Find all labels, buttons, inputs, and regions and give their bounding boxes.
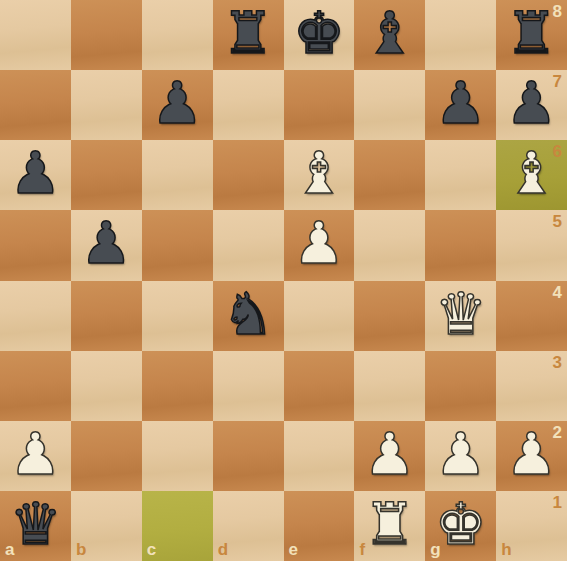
square-h3[interactable]: 3 (496, 351, 567, 421)
piece-white-rook-f1[interactable]: ♜ (364, 495, 416, 553)
square-h2[interactable]: ♟2 (496, 421, 567, 491)
square-g8[interactable] (425, 0, 496, 70)
square-c8[interactable] (142, 0, 213, 70)
square-d3[interactable] (213, 351, 284, 421)
square-h7[interactable]: ♟7 (496, 70, 567, 140)
square-f6[interactable] (354, 140, 425, 210)
square-a6[interactable]: ♟ (0, 140, 71, 210)
piece-white-pawn-h2[interactable]: ♟ (506, 425, 558, 483)
square-g5[interactable] (425, 210, 496, 280)
square-g6[interactable] (425, 140, 496, 210)
square-c1[interactable]: c (142, 491, 213, 561)
square-e5[interactable]: ♟ (284, 210, 355, 280)
piece-black-rook-d8[interactable]: ♜ (222, 4, 274, 62)
square-a3[interactable] (0, 351, 71, 421)
piece-black-rook-h8[interactable]: ♜ (506, 4, 558, 62)
piece-white-pawn-a2[interactable]: ♟ (9, 425, 61, 483)
square-a8[interactable] (0, 0, 71, 70)
square-d8[interactable]: ♜ (213, 0, 284, 70)
piece-white-pawn-g2[interactable]: ♟ (435, 425, 487, 483)
square-a5[interactable] (0, 210, 71, 280)
square-f5[interactable] (354, 210, 425, 280)
square-h5[interactable]: 5 (496, 210, 567, 280)
piece-white-queen-g4[interactable]: ♛ (435, 285, 487, 343)
piece-white-pawn-f2[interactable]: ♟ (364, 425, 416, 483)
piece-black-pawn-h7[interactable]: ♟ (506, 74, 558, 132)
square-f3[interactable] (354, 351, 425, 421)
coord-rank-1: 1 (553, 494, 562, 511)
square-a2[interactable]: ♟ (0, 421, 71, 491)
square-f8[interactable]: ♝ (354, 0, 425, 70)
square-b7[interactable] (71, 70, 142, 140)
square-d1[interactable]: d (213, 491, 284, 561)
piece-black-pawn-g7[interactable]: ♟ (435, 74, 487, 132)
coord-rank-3: 3 (553, 354, 562, 371)
piece-white-bishop-e6[interactable]: ♝ (293, 144, 345, 202)
square-g3[interactable] (425, 351, 496, 421)
square-e7[interactable] (284, 70, 355, 140)
square-a4[interactable] (0, 281, 71, 351)
square-b8[interactable] (71, 0, 142, 70)
piece-white-bishop-h6[interactable]: ♝ (506, 144, 558, 202)
square-b1[interactable]: b (71, 491, 142, 561)
piece-black-knight-d4[interactable]: ♞ (222, 285, 274, 343)
coord-file-d: d (218, 541, 228, 558)
square-g4[interactable]: ♛ (425, 281, 496, 351)
square-c3[interactable] (142, 351, 213, 421)
piece-black-bishop-f8[interactable]: ♝ (364, 4, 416, 62)
square-d7[interactable] (213, 70, 284, 140)
square-e4[interactable] (284, 281, 355, 351)
square-b2[interactable] (71, 421, 142, 491)
coord-file-h: h (501, 541, 511, 558)
square-e6[interactable]: ♝ (284, 140, 355, 210)
piece-black-pawn-a6[interactable]: ♟ (9, 144, 61, 202)
square-c7[interactable]: ♟ (142, 70, 213, 140)
piece-white-pawn-e5[interactable]: ♟ (293, 214, 345, 272)
square-b3[interactable] (71, 351, 142, 421)
chess-board: ♜♚♝♜8♟♟♟7♟♝♝6♟♟5♞♛43♟♟♟♟2♛abcde♜f♚g1h (0, 0, 567, 561)
square-a7[interactable] (0, 70, 71, 140)
square-b4[interactable] (71, 281, 142, 351)
square-c4[interactable] (142, 281, 213, 351)
piece-white-king-g1[interactable]: ♚ (435, 495, 487, 553)
square-g2[interactable]: ♟ (425, 421, 496, 491)
coord-file-c: c (147, 541, 156, 558)
square-e8[interactable]: ♚ (284, 0, 355, 70)
coord-file-e: e (289, 541, 298, 558)
square-h8[interactable]: ♜8 (496, 0, 567, 70)
square-h1[interactable]: 1h (496, 491, 567, 561)
square-d2[interactable] (213, 421, 284, 491)
piece-black-pawn-b5[interactable]: ♟ (80, 214, 132, 272)
square-e3[interactable] (284, 351, 355, 421)
square-c5[interactable] (142, 210, 213, 280)
piece-black-king-e8[interactable]: ♚ (293, 4, 345, 62)
square-d6[interactable] (213, 140, 284, 210)
square-b5[interactable]: ♟ (71, 210, 142, 280)
square-f2[interactable]: ♟ (354, 421, 425, 491)
square-e1[interactable]: e (284, 491, 355, 561)
coord-rank-4: 4 (553, 284, 562, 301)
square-h6[interactable]: ♝6 (496, 140, 567, 210)
coord-file-b: b (76, 541, 86, 558)
piece-black-pawn-c7[interactable]: ♟ (151, 74, 203, 132)
square-f1[interactable]: ♜f (354, 491, 425, 561)
square-a1[interactable]: ♛a (0, 491, 71, 561)
square-d5[interactable] (213, 210, 284, 280)
square-g7[interactable]: ♟ (425, 70, 496, 140)
piece-black-queen-a1[interactable]: ♛ (9, 495, 61, 553)
square-c6[interactable] (142, 140, 213, 210)
square-f4[interactable] (354, 281, 425, 351)
square-f7[interactable] (354, 70, 425, 140)
coord-rank-5: 5 (553, 213, 562, 230)
square-c2[interactable] (142, 421, 213, 491)
square-h4[interactable]: 4 (496, 281, 567, 351)
square-d4[interactable]: ♞ (213, 281, 284, 351)
square-b6[interactable] (71, 140, 142, 210)
square-g1[interactable]: ♚g (425, 491, 496, 561)
square-e2[interactable] (284, 421, 355, 491)
